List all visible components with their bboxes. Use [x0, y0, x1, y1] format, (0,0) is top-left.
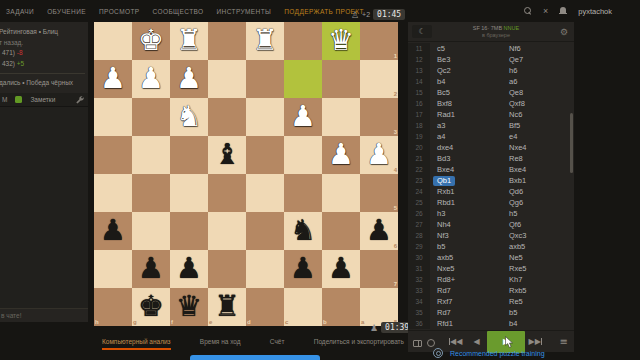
lichess-analysis-page: ЗАДАЧИОБУЧЕНИЕПРОСМОТРСООБЩЕСТВОИНСТРУМЕ…: [0, 0, 640, 360]
move-number: 12: [408, 54, 430, 65]
square-d1[interactable]: ♜: [246, 22, 284, 60]
move-25-black[interactable]: Qg6: [502, 197, 574, 208]
menu-icon[interactable]: ≡: [560, 336, 568, 347]
move-19-black[interactable]: e4: [502, 131, 574, 142]
game-info: Рейтинговая • Блиц т назад. 471) -8 432)…: [0, 22, 88, 93]
request-analysis-button[interactable]: [190, 355, 320, 360]
move-number: 17: [408, 109, 430, 120]
square-a2[interactable]: 2: [360, 60, 398, 98]
square-b2[interactable]: [322, 60, 360, 98]
square-a8[interactable]: 8a: [360, 288, 398, 326]
square-a1[interactable]: 1: [360, 22, 398, 60]
username[interactable]: pyxtachok: [578, 7, 612, 16]
engine-header: ☾ SF 16· 7MB NNUE в браузере ⚙: [408, 22, 574, 42]
move-16-black[interactable]: Qxf8: [502, 98, 574, 109]
square-h4[interactable]: [94, 136, 132, 174]
bottom-player-meta: ♟ 01:39: [370, 322, 413, 333]
square-g2[interactable]: ♟: [132, 60, 170, 98]
move-number: 25: [408, 197, 430, 208]
move-12-white[interactable]: Be3: [430, 54, 502, 65]
white-rating-line: 471) -8: [2, 48, 85, 59]
square-a6[interactable]: ♟6: [360, 212, 398, 250]
piece-wP-a4[interactable]: ♟: [360, 135, 398, 173]
target-icon: [433, 348, 443, 358]
square-g6[interactable]: [132, 212, 170, 250]
move-12-black[interactable]: Qe7: [502, 54, 574, 65]
chat-placeholder: в чате!: [1, 312, 21, 319]
book-icon[interactable]: [413, 333, 422, 351]
square-d2[interactable]: [246, 60, 284, 98]
square-c6[interactable]: ♞: [284, 212, 322, 250]
move-number: 19: [408, 131, 430, 142]
move-36-white[interactable]: Rfd1: [430, 318, 502, 329]
piece-wP-b4[interactable]: ♟: [322, 135, 360, 173]
square-b5[interactable]: [322, 174, 360, 212]
coord-rank-4: 4: [394, 167, 397, 173]
square-d5[interactable]: [246, 174, 284, 212]
coord-file-a: a: [361, 319, 364, 325]
game-info-sidebar: Рейтинговая • Блиц т назад. 471) -8 432)…: [0, 22, 88, 322]
piece-bP-f7[interactable]: ♟: [170, 249, 208, 287]
square-b3[interactable]: [322, 98, 360, 136]
square-h3[interactable]: [94, 98, 132, 136]
piece-wP-h2[interactable]: ♟: [94, 59, 132, 97]
move-number: 15: [408, 87, 430, 98]
piece-bN-c6[interactable]: ♞: [284, 211, 322, 249]
move-33-white[interactable]: Rd7: [430, 285, 502, 296]
chat-input[interactable]: в чате!: [0, 308, 88, 322]
square-f6[interactable]: [170, 212, 208, 250]
move-32-black[interactable]: Kh7: [502, 274, 574, 285]
move-number: 29: [408, 241, 430, 252]
notes-tab[interactable]: Заметки: [30, 96, 55, 103]
piece-wQ-b1[interactable]: ♛: [322, 21, 360, 59]
challenges-icon[interactable]: ×: [543, 7, 548, 16]
coord-file-b: b: [323, 319, 327, 325]
move-23-white[interactable]: Qb1: [430, 175, 502, 186]
coord-file-e: e: [209, 319, 212, 325]
move-number: 30: [408, 252, 430, 263]
square-f3[interactable]: ♞: [170, 98, 208, 136]
sidebar-divider: [0, 73, 85, 74]
coord-file-g: g: [133, 319, 137, 325]
move-30-black[interactable]: Ne5: [502, 252, 574, 263]
captured-pawn-icon: ♙: [351, 10, 359, 20]
move-34-white[interactable]: Rxf7: [430, 296, 502, 307]
square-c5[interactable]: [284, 174, 322, 212]
square-e8[interactable]: ♜e: [208, 288, 246, 326]
square-h6[interactable]: ♟: [94, 212, 132, 250]
move-34-black[interactable]: Re5: [502, 296, 574, 307]
move-number: 33: [408, 285, 430, 296]
piece-wP-g2[interactable]: ♟: [132, 59, 170, 97]
piece-bP-g7[interactable]: ♟: [132, 249, 170, 287]
square-a5[interactable]: 5: [360, 174, 398, 212]
engine-location: в браузере: [432, 32, 560, 39]
engine-title: SF 16· 7MB NNUE в браузере: [432, 25, 560, 39]
piece-bP-b7[interactable]: ♟: [322, 249, 360, 287]
move-14-white[interactable]: b4: [430, 76, 502, 87]
piece-wP-c3[interactable]: ♟: [284, 97, 322, 135]
square-d7[interactable]: [246, 250, 284, 288]
move-number: 27: [408, 219, 430, 230]
move-list-scrollbar[interactable]: [570, 113, 573, 173]
rating-delta-black: +5: [17, 60, 24, 67]
material-advantage: +2: [362, 11, 370, 18]
move-19-white[interactable]: a4: [430, 131, 502, 142]
move-13-white[interactable]: Qc2: [430, 65, 502, 76]
move-number: 36: [408, 318, 430, 329]
move-24-black[interactable]: Qd6: [502, 186, 574, 197]
move-21-black[interactable]: Re8: [502, 153, 574, 164]
puzzle-training-link[interactable]: Recommended puzzle training: [433, 348, 545, 358]
square-g7[interactable]: ♟: [132, 250, 170, 288]
move-number: 35: [408, 307, 430, 318]
square-f8[interactable]: ♛f: [170, 288, 208, 326]
square-a7[interactable]: 7: [360, 250, 398, 288]
coord-rank-7: 7: [394, 281, 397, 287]
notifications-bell-icon[interactable]: [559, 7, 567, 16]
square-f1[interactable]: ♜: [170, 22, 208, 60]
game-result: дались • Победа чёрных: [0, 78, 85, 89]
square-h8[interactable]: h: [94, 288, 132, 326]
rating-delta-white: -8: [17, 49, 23, 56]
piece-wN-f3[interactable]: ♞: [170, 97, 208, 135]
move-25-white[interactable]: Rbd1: [430, 197, 502, 208]
move-20-black[interactable]: Nxe4: [502, 142, 574, 153]
chat-messages-area: [0, 107, 88, 309]
crescent-icon: ☾: [418, 28, 425, 36]
move-31-black[interactable]: Rxe5: [502, 263, 574, 274]
piece-wR-f1[interactable]: ♜: [170, 21, 208, 59]
square-f7[interactable]: ♟: [170, 250, 208, 288]
sidebar-tabs: М Заметки: [0, 93, 88, 107]
square-e1[interactable]: [208, 22, 246, 60]
move-28-black[interactable]: Qxc3: [502, 230, 574, 241]
coord-rank-6: 6: [394, 243, 397, 249]
move-number: 16: [408, 98, 430, 109]
move-21-white[interactable]: Bd3: [430, 153, 502, 164]
square-b7[interactable]: ♟: [322, 250, 360, 288]
move-32-white[interactable]: Rd8+: [430, 274, 502, 285]
move-13-black[interactable]: h6: [502, 65, 574, 76]
square-c8[interactable]: c: [284, 288, 322, 326]
piece-wR-d1[interactable]: ♜: [246, 21, 284, 59]
square-b8[interactable]: b: [322, 288, 360, 326]
move-35-white[interactable]: Rd7: [430, 307, 502, 318]
move-16-white[interactable]: Bxf8: [430, 98, 502, 109]
move-22-black[interactable]: Bxe4: [502, 164, 574, 175]
square-f5[interactable]: [170, 174, 208, 212]
move-29-white[interactable]: b5: [430, 241, 502, 252]
square-e3[interactable]: [208, 98, 246, 136]
square-d8[interactable]: d: [246, 288, 284, 326]
chess-board: ♚♜♜♛1♟♟♟2♞♟3♝♟♟45♟♞♟6♟♟♟♟7h♚g♛f♜edcb8a: [94, 22, 398, 326]
piece-bP-a6[interactable]: ♟: [360, 211, 398, 249]
move-number: 20: [408, 142, 430, 153]
square-h2[interactable]: ♟: [94, 60, 132, 98]
move-18-white[interactable]: a3: [430, 120, 502, 131]
move-33-black[interactable]: Rxb5: [502, 285, 574, 296]
nav-item[interactable]: ОБУЧЕНИЕ: [47, 8, 86, 15]
move-11-white[interactable]: c5: [430, 43, 502, 54]
piece-bB-e4[interactable]: ♝: [208, 135, 246, 173]
move-number: 21: [408, 153, 430, 164]
move-number: 26: [408, 208, 430, 219]
move-28-white[interactable]: Nf3: [430, 230, 502, 241]
move-27-black[interactable]: Qf6: [502, 219, 574, 230]
move-31-white[interactable]: Nxe5: [430, 263, 502, 274]
move-36-black[interactable]: b4: [502, 318, 574, 329]
move-20-white[interactable]: dxe4: [430, 142, 502, 153]
move-26-white[interactable]: h3: [430, 208, 502, 219]
move-number: 28: [408, 230, 430, 241]
black-rating-line: 432) +5: [2, 59, 85, 70]
under-tab-0[interactable]: Компьютерный анализ: [102, 338, 171, 350]
move-30-white[interactable]: axb5: [430, 252, 502, 263]
move-number: 13: [408, 65, 430, 76]
square-b4[interactable]: ♟: [322, 136, 360, 174]
under-tab-3[interactable]: Поделиться и экспортировать: [314, 338, 404, 348]
square-f4[interactable]: [170, 136, 208, 174]
nav-menu: ЗАДАЧИОБУЧЕНИЕПРОСМОТРСООБЩЕСТВОИНСТРУМЕ…: [0, 8, 364, 15]
move-number: 11: [408, 43, 430, 54]
coord-file-h: h: [95, 319, 99, 325]
move-35-black[interactable]: b5: [502, 307, 574, 318]
game-time-ago: т назад.: [0, 38, 85, 49]
square-c4[interactable]: [284, 136, 322, 174]
square-c2[interactable]: [284, 60, 322, 98]
top-nav-bar: ЗАДАЧИОБУЧЕНИЕПРОСМОТРСООБЩЕСТВОИНСТРУМЕ…: [0, 0, 640, 22]
analysis-panel: ☾ SF 16· 7MB NNUE в браузере ⚙ 11c5Nf612…: [408, 22, 574, 352]
square-g3[interactable]: [132, 98, 170, 136]
under-tab-2[interactable]: Счёт: [270, 338, 285, 348]
coord-rank-1: 1: [394, 53, 397, 59]
piece-bR-e8[interactable]: ♜: [208, 287, 246, 325]
move-number: 31: [408, 263, 430, 274]
selected-move: Qb1: [433, 176, 455, 186]
square-e4[interactable]: ♝: [208, 136, 246, 174]
nav-item[interactable]: ЗАДАЧИ: [6, 8, 34, 15]
move-15-white[interactable]: Bc5: [430, 87, 502, 98]
square-h7[interactable]: [94, 250, 132, 288]
piece-bQ-f8[interactable]: ♛: [170, 287, 208, 325]
game-type-label: Рейтинговая • Блиц: [0, 27, 85, 38]
square-d4[interactable]: [246, 136, 284, 174]
engine-toggle[interactable]: ☾: [412, 25, 432, 38]
move-17-black[interactable]: Nc6: [502, 109, 574, 120]
square-g5[interactable]: [132, 174, 170, 212]
square-d3[interactable]: [246, 98, 284, 136]
nav-item[interactable]: ИНСТРУМЕНТЫ: [217, 8, 272, 15]
under-tab-1[interactable]: Время на ход: [200, 338, 241, 348]
move-23-black[interactable]: Bxb1: [502, 175, 574, 186]
move-number: 18: [408, 120, 430, 131]
square-e5[interactable]: [208, 174, 246, 212]
move-29-black[interactable]: axb5: [502, 241, 574, 252]
nav-item[interactable]: ПРОСМОТР: [99, 8, 140, 15]
move-11-black[interactable]: Nf6: [502, 43, 574, 54]
captured-pawn-icon: ♟: [370, 323, 378, 333]
chat-tab[interactable]: М: [2, 96, 7, 103]
piece-wK-g1[interactable]: ♚: [132, 21, 170, 59]
move-15-black[interactable]: Qe8: [502, 87, 574, 98]
move-number: 32: [408, 274, 430, 285]
coord-rank-2: 2: [394, 91, 397, 97]
piece-bP-h6[interactable]: ♟: [94, 211, 132, 249]
square-b6[interactable]: [322, 212, 360, 250]
move-list: 11c5Nf612Be3Qe713Qc2h614b4a615Bc5Qe816Bx…: [408, 43, 574, 330]
move-18-black[interactable]: Bf5: [502, 120, 574, 131]
move-number: 24: [408, 186, 430, 197]
square-g4[interactable]: [132, 136, 170, 174]
coord-file-d: d: [247, 319, 251, 325]
square-a4[interactable]: ♟4: [360, 136, 398, 174]
square-c3[interactable]: ♟: [284, 98, 322, 136]
nnue-badge: NNUE: [504, 25, 520, 31]
move-27-white[interactable]: Nh4: [430, 219, 502, 230]
move-number: 23: [408, 175, 430, 186]
nav-item[interactable]: СООБЩЕСТВО: [153, 8, 204, 15]
coord-file-f: f: [171, 319, 173, 325]
square-g1[interactable]: ♚: [132, 22, 170, 60]
wrench-icon[interactable]: [75, 90, 84, 108]
square-c7[interactable]: ♟: [284, 250, 322, 288]
move-number: 14: [408, 76, 430, 87]
square-a3[interactable]: 3: [360, 98, 398, 136]
top-player-meta: ♙ +2 01:45: [351, 8, 405, 21]
puzzle-training-label: Recommended puzzle training: [450, 350, 545, 357]
presence-indicator-icon: [15, 96, 22, 103]
square-c1[interactable]: [284, 22, 322, 60]
move-number: 22: [408, 164, 430, 175]
white-clock: 01:45: [373, 9, 405, 20]
piece-wP-f2[interactable]: ♟: [170, 59, 208, 97]
coord-file-c: c: [285, 319, 288, 325]
square-d6[interactable]: [246, 212, 284, 250]
search-icon[interactable]: [524, 7, 532, 15]
square-g8[interactable]: ♚g: [132, 288, 170, 326]
move-number: 34: [408, 296, 430, 307]
under-board-tabs: Компьютерный анализВремя на ходСчётПодел…: [94, 336, 406, 352]
move-17-white[interactable]: Rad1: [430, 109, 502, 120]
move-14-black[interactable]: a6: [502, 76, 574, 87]
square-h1[interactable]: [94, 22, 132, 60]
square-h5[interactable]: [94, 174, 132, 212]
move-24-white[interactable]: Rxb1: [430, 186, 502, 197]
move-22-white[interactable]: Bxe4: [430, 164, 502, 175]
piece-bP-c7[interactable]: ♟: [284, 249, 322, 287]
square-e6[interactable]: [208, 212, 246, 250]
gear-icon[interactable]: ⚙: [560, 27, 568, 37]
square-e2[interactable]: [208, 60, 246, 98]
square-b1[interactable]: ♛: [322, 22, 360, 60]
move-26-black[interactable]: h5: [502, 208, 574, 219]
piece-bK-g8[interactable]: ♚: [132, 287, 170, 325]
square-e7[interactable]: [208, 250, 246, 288]
square-f2[interactable]: ♟: [170, 60, 208, 98]
